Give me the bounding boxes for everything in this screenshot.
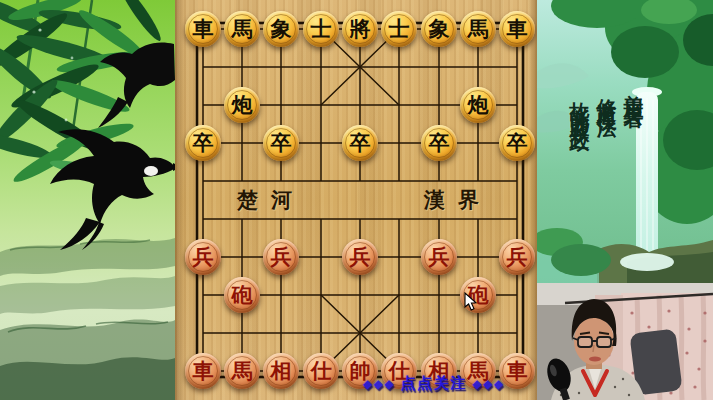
piece-red-r6c8[interactable]: 兵 — [499, 239, 535, 275]
poem-column-3: 故能为胜败之政 — [567, 86, 594, 121]
poem-column-2: 修道而保法 — [594, 82, 621, 107]
left-decor-panel — [0, 0, 175, 400]
piece-black-r3c2[interactable]: 卒 — [263, 125, 299, 161]
piece-red-r6c0[interactable]: 兵 — [185, 239, 221, 275]
banner-ornament-left: ◆◆◆ — [363, 377, 395, 391]
nose — [593, 345, 594, 352]
bamboo-swallow-painting — [0, 0, 175, 400]
piece-black-r3c4[interactable]: 卒 — [342, 125, 378, 161]
piece-black-r0c2[interactable]: 象 — [263, 11, 299, 47]
piece-black-r0c1[interactable]: 馬 — [224, 11, 260, 47]
piece-black-r0c7[interactable]: 馬 — [460, 11, 496, 47]
piece-red-r9c1[interactable]: 馬 — [224, 353, 260, 389]
piece-black-r3c8[interactable]: 卒 — [499, 125, 535, 161]
right-panel: 善用兵者 修道而保法 故能为胜败之政 — [537, 0, 713, 400]
piece-black-r0c4[interactable]: 將 — [342, 11, 378, 47]
mist-mountain — [537, 63, 589, 88]
piece-red-r9c2[interactable]: 相 — [263, 353, 299, 389]
piece-black-r3c6[interactable]: 卒 — [421, 125, 457, 161]
mountain-ink-wash — [0, 238, 175, 400]
waterfall-splash — [620, 253, 674, 271]
piece-black-r0c5[interactable]: 士 — [381, 11, 417, 47]
poem-column-1: 善用兵者 — [621, 78, 648, 98]
piece-black-r3c0[interactable]: 卒 — [185, 125, 221, 161]
piece-red-r6c6[interactable]: 兵 — [421, 239, 457, 275]
piece-black-r2c7[interactable]: 炮 — [460, 87, 496, 123]
banner-text: 点点关注 — [401, 374, 467, 391]
piece-red-r6c2[interactable]: 兵 — [263, 239, 299, 275]
piece-black-r2c1[interactable]: 炮 — [224, 87, 260, 123]
piece-red-r6c4[interactable]: 兵 — [342, 239, 378, 275]
piece-black-r0c6[interactable]: 象 — [421, 11, 457, 47]
stream-screenshot: 楚河 漢界 車馬象士將士象馬車炮炮卒卒卒卒卒兵兵兵兵兵砲砲車馬相仕帥仕相馬車 — [0, 0, 713, 400]
streamer-webcam — [537, 283, 713, 400]
piece-red-r7c1[interactable]: 砲 — [224, 277, 260, 313]
mouth — [589, 356, 601, 361]
follow-banner: ◆◆◆ 点点关注 ◆◆◆ — [363, 374, 505, 393]
piece-black-r0c0[interactable]: 車 — [185, 11, 221, 47]
xiangqi-board[interactable]: 楚河 漢界 車馬象士將士象馬車炮炮卒卒卒卒卒兵兵兵兵兵砲砲車馬相仕帥仕相馬車 — [175, 0, 537, 400]
mouse-cursor — [464, 292, 480, 311]
piece-black-r0c3[interactable]: 士 — [303, 11, 339, 47]
waterfall-painting: 善用兵者 修道而保法 故能为胜败之政 — [537, 0, 713, 283]
banner-ornament-right: ◆◆◆ — [473, 377, 505, 391]
river-label-chu: 楚河 — [237, 187, 305, 213]
river-label-han: 漢界 — [424, 187, 492, 213]
piece-red-r9c3[interactable]: 仕 — [303, 353, 339, 389]
piece-black-r0c8[interactable]: 車 — [499, 11, 535, 47]
piece-red-r9c0[interactable]: 車 — [185, 353, 221, 389]
